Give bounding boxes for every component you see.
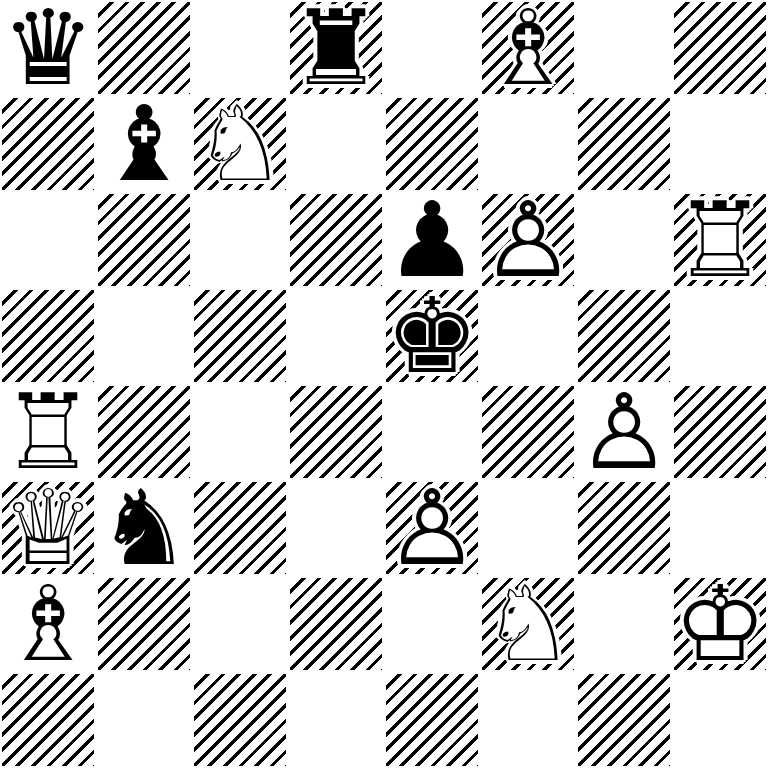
square-c3[interactable]: [192, 480, 288, 576]
white-rook-icon: ♖: [672, 192, 768, 288]
square-a2[interactable]: ♝♗: [0, 576, 96, 672]
white-knight-halo: ♞: [192, 96, 288, 192]
square-h5[interactable]: [672, 288, 768, 384]
white-pawn-icon: ♙: [480, 192, 576, 288]
square-a1[interactable]: [0, 672, 96, 768]
square-c4[interactable]: [192, 384, 288, 480]
white-knight-icon: ♘: [480, 576, 576, 672]
black-rook-halo: ♜: [288, 0, 384, 96]
white-pawn-halo: ♟: [576, 384, 672, 480]
square-b4[interactable]: [96, 384, 192, 480]
square-d3[interactable]: [288, 480, 384, 576]
square-e8[interactable]: [384, 0, 480, 96]
white-queen-halo: ♛: [0, 480, 96, 576]
square-c1[interactable]: [192, 672, 288, 768]
white-rook-halo: ♜: [0, 384, 96, 480]
square-a8[interactable]: ♛♛: [0, 0, 96, 96]
square-f3[interactable]: [480, 480, 576, 576]
white-queen-icon: ♕: [0, 480, 96, 576]
square-d1[interactable]: [288, 672, 384, 768]
square-f6[interactable]: ♟♙: [480, 192, 576, 288]
white-bishop-halo: ♝: [480, 0, 576, 96]
square-d8[interactable]: ♜♜: [288, 0, 384, 96]
square-d4[interactable]: [288, 384, 384, 480]
square-f7[interactable]: [480, 96, 576, 192]
square-g4[interactable]: ♟♙: [576, 384, 672, 480]
black-king-halo: ♚: [384, 288, 480, 384]
square-g8[interactable]: [576, 0, 672, 96]
black-bishop-icon: ♝: [96, 96, 192, 192]
chess-board: ♛♛♜♜♝♗♝♝♞♘♟♟♟♙♜♖♚♚♜♖♟♙♛♕♞♞♟♙♝♗♞♘♚♔: [0, 0, 768, 768]
square-g2[interactable]: [576, 576, 672, 672]
chess-diagram: ♛♛♜♜♝♗♝♝♞♘♟♟♟♙♜♖♚♚♜♖♟♙♛♕♞♞♟♙♝♗♞♘♚♔: [0, 0, 768, 768]
square-f8[interactable]: ♝♗: [480, 0, 576, 96]
square-b1[interactable]: [96, 672, 192, 768]
square-d2[interactable]: [288, 576, 384, 672]
black-bishop-halo: ♝: [96, 96, 192, 192]
square-a7[interactable]: [0, 96, 96, 192]
square-d6[interactable]: [288, 192, 384, 288]
white-rook-icon: ♖: [0, 384, 96, 480]
square-c6[interactable]: [192, 192, 288, 288]
white-pawn-halo: ♟: [480, 192, 576, 288]
square-c2[interactable]: [192, 576, 288, 672]
square-h3[interactable]: [672, 480, 768, 576]
square-h6[interactable]: ♜♖: [672, 192, 768, 288]
square-c8[interactable]: [192, 0, 288, 96]
square-h1[interactable]: [672, 672, 768, 768]
white-rook-halo: ♜: [672, 192, 768, 288]
square-e4[interactable]: [384, 384, 480, 480]
white-king-icon: ♔: [672, 576, 768, 672]
black-queen-icon: ♛: [0, 0, 96, 96]
square-b7[interactable]: ♝♝: [96, 96, 192, 192]
square-g1[interactable]: [576, 672, 672, 768]
square-h8[interactable]: [672, 0, 768, 96]
square-c7[interactable]: ♞♘: [192, 96, 288, 192]
square-e2[interactable]: [384, 576, 480, 672]
square-b8[interactable]: [96, 0, 192, 96]
square-g5[interactable]: [576, 288, 672, 384]
square-f4[interactable]: [480, 384, 576, 480]
square-d5[interactable]: [288, 288, 384, 384]
square-a4[interactable]: ♜♖: [0, 384, 96, 480]
square-e6[interactable]: ♟♟: [384, 192, 480, 288]
white-knight-icon: ♘: [192, 96, 288, 192]
square-a6[interactable]: [0, 192, 96, 288]
square-c5[interactable]: [192, 288, 288, 384]
square-g7[interactable]: [576, 96, 672, 192]
square-a5[interactable]: [0, 288, 96, 384]
square-h7[interactable]: [672, 96, 768, 192]
square-b3[interactable]: ♞♞: [96, 480, 192, 576]
white-pawn-icon: ♙: [384, 480, 480, 576]
square-f2[interactable]: ♞♘: [480, 576, 576, 672]
square-h2[interactable]: ♚♔: [672, 576, 768, 672]
black-rook-icon: ♜: [288, 0, 384, 96]
black-pawn-halo: ♟: [384, 192, 480, 288]
white-pawn-halo: ♟: [384, 480, 480, 576]
black-queen-halo: ♛: [0, 0, 96, 96]
black-knight-icon: ♞: [96, 480, 192, 576]
square-g6[interactable]: [576, 192, 672, 288]
white-bishop-icon: ♗: [480, 0, 576, 96]
square-e3[interactable]: ♟♙: [384, 480, 480, 576]
black-pawn-icon: ♟: [384, 192, 480, 288]
white-bishop-halo: ♝: [0, 576, 96, 672]
square-e1[interactable]: [384, 672, 480, 768]
square-g3[interactable]: [576, 480, 672, 576]
square-f5[interactable]: [480, 288, 576, 384]
square-a3[interactable]: ♛♕: [0, 480, 96, 576]
white-king-halo: ♚: [672, 576, 768, 672]
square-e5[interactable]: ♚♚: [384, 288, 480, 384]
black-king-icon: ♚: [384, 288, 480, 384]
white-pawn-icon: ♙: [576, 384, 672, 480]
square-e7[interactable]: [384, 96, 480, 192]
square-b6[interactable]: [96, 192, 192, 288]
square-h4[interactable]: [672, 384, 768, 480]
white-bishop-icon: ♗: [0, 576, 96, 672]
square-b2[interactable]: [96, 576, 192, 672]
black-knight-halo: ♞: [96, 480, 192, 576]
square-f1[interactable]: [480, 672, 576, 768]
white-knight-halo: ♞: [480, 576, 576, 672]
square-d7[interactable]: [288, 96, 384, 192]
square-b5[interactable]: [96, 288, 192, 384]
